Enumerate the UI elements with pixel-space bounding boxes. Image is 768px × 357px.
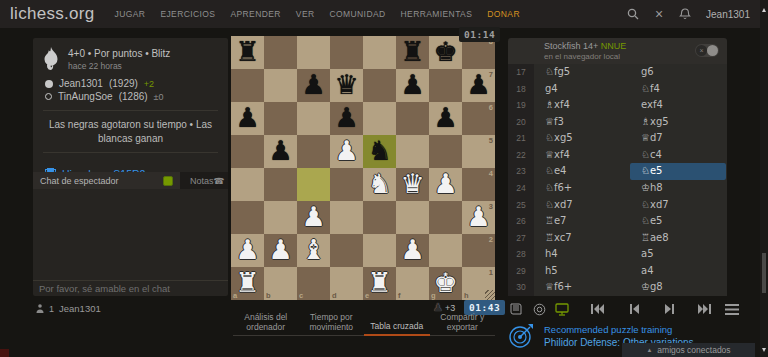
game-meta-panel: 4+0 • Por puntos • Blitz hace 22 horas J… [33, 38, 228, 190]
tab-computer-analysis[interactable]: Análisis del ordenador [233, 312, 299, 336]
square-g4[interactable]: ♟ [429, 168, 462, 201]
file-label-b: b [266, 291, 271, 300]
square-d3[interactable] [330, 201, 363, 234]
move-number: 28 [508, 246, 534, 263]
expand-arrow-icon: ▲ [646, 347, 652, 353]
game-date[interactable]: hace 22 horas [68, 61, 170, 71]
square-h6[interactable]: 6 [462, 102, 495, 135]
white-pawn: ♟ [429, 168, 462, 200]
file-label-h: h [464, 291, 469, 300]
tab-crosstable[interactable]: Tabla cruzada [364, 321, 430, 336]
navbar-right: × Jean1301 [627, 7, 750, 21]
square-g2[interactable] [429, 234, 462, 267]
move-26-black[interactable]: ♘e5 [630, 213, 726, 230]
rank-label-5: 5 [489, 136, 493, 145]
move-23-black[interactable]: ♘e5 [630, 163, 726, 180]
black-knight: ♞ [363, 135, 396, 167]
square-e2[interactable] [363, 234, 396, 267]
square-g1[interactable]: ♚g [429, 267, 462, 300]
material-count: +3 [445, 303, 455, 313]
divider [43, 152, 218, 153]
divider [43, 110, 218, 111]
menu-item-jugar[interactable]: JUGAR [115, 9, 146, 19]
move-number: 27 [508, 230, 534, 247]
white-player-rating: (1929) [109, 78, 138, 89]
white-pawn: ♟ [231, 234, 264, 266]
black-pawn: ♟ [330, 102, 363, 134]
move-19-black[interactable]: exf4 [630, 97, 726, 114]
move-row-24: 24♘f6+♔h8 [508, 180, 727, 197]
square-e5[interactable]: ♞ [363, 135, 396, 168]
square-g8[interactable]: ♚ [429, 36, 462, 69]
move-29-black[interactable]: a4 [630, 263, 726, 280]
opening-book-icon[interactable] [510, 303, 523, 315]
move-24-black[interactable]: ♔h8 [630, 180, 726, 197]
square-h7[interactable]: ♟7 [462, 69, 495, 102]
square-c7[interactable]: ♟ [297, 69, 330, 102]
square-b3[interactable] [264, 201, 297, 234]
square-c2[interactable]: ♝ [297, 234, 330, 267]
move-number: 24 [508, 180, 534, 197]
puzzle-target-icon [508, 322, 535, 349]
move-row-18: 18g4♘f4 [508, 81, 727, 98]
toggle-knob [707, 45, 718, 56]
move-row-19: 19♗xf4exf4 [508, 97, 727, 114]
move-number: 17 [508, 64, 534, 81]
black-queen: ♛ [330, 69, 363, 101]
square-f7[interactable]: ♟ [396, 69, 429, 102]
square-f4[interactable]: ♛ [396, 168, 429, 201]
square-c8[interactable] [297, 36, 330, 69]
engine-nnue-badge: NNUE [601, 41, 627, 51]
analysis-controls [508, 299, 727, 319]
engine-toggle[interactable]: × [695, 44, 719, 57]
square-d7[interactable]: ♛ [330, 69, 363, 102]
first-move-button[interactable] [591, 304, 604, 314]
tab-notes[interactable]: Notas ☎ [180, 172, 230, 189]
menu-item-comunidad[interactable]: COMUNIDAD [330, 9, 386, 19]
square-f6[interactable] [396, 102, 429, 135]
square-c4[interactable] [297, 168, 330, 201]
scroll-down-arrow[interactable] [762, 348, 766, 352]
move-23-white[interactable]: ♘e4 [534, 163, 630, 180]
square-g3[interactable] [429, 201, 462, 234]
notes-tab-label: Notas [190, 176, 214, 186]
move-29-white[interactable]: h5 [534, 263, 630, 280]
analysis-board-icon[interactable] [555, 303, 569, 316]
previous-move-button[interactable] [630, 304, 639, 314]
scrollbar-thumb[interactable] [762, 253, 766, 293]
username-menu[interactable]: Jean1301 [706, 9, 750, 20]
move-27-black[interactable]: ♖ae8 [630, 230, 726, 247]
clock-black: 01:14 [459, 27, 500, 42]
move-number: 22 [508, 147, 534, 164]
black-player-name: TinAungSoe [58, 91, 113, 102]
square-g6[interactable]: ♟ [429, 102, 462, 135]
square-g5[interactable] [429, 135, 462, 168]
move-26-white[interactable]: ♖e7 [534, 213, 630, 230]
white-rating-delta: +2 [144, 79, 154, 89]
next-move-button[interactable] [665, 304, 674, 314]
file-label-e: e [365, 291, 369, 300]
move-row-28: 28h4a5 [508, 246, 727, 263]
move-19-white[interactable]: ♗xf4 [534, 97, 630, 114]
menu-item-donar[interactable]: DONAR [487, 9, 520, 19]
square-b7[interactable] [264, 69, 297, 102]
move-number: 18 [508, 81, 534, 98]
top-navbar: lichess.org JUGAR EJERCICIOS APRENDER VE… [0, 0, 768, 28]
square-a2[interactable]: ♟ [231, 234, 264, 267]
white-queen: ♛ [396, 168, 429, 200]
square-e8[interactable] [363, 36, 396, 69]
menu-hamburger-icon[interactable] [725, 304, 739, 315]
move-number: 20 [508, 114, 534, 131]
scroll-up-arrow[interactable] [762, 8, 766, 12]
spectator-icon [36, 304, 44, 313]
white-pawn: ♟ [264, 234, 297, 266]
square-d2[interactable] [330, 234, 363, 267]
spectator-name[interactable]: Jean1301 [59, 303, 101, 314]
spectators-row: 1 Jean1301 [36, 303, 101, 314]
square-a4[interactable] [231, 168, 264, 201]
move-number: 19 [508, 97, 534, 114]
move-row-30: 30♕f6+♔g8 [508, 279, 727, 296]
square-h4[interactable]: 4 [462, 168, 495, 201]
square-h5[interactable]: 5 [462, 135, 495, 168]
white-knight: ♞ [363, 168, 396, 200]
white-bishop: ♝ [297, 234, 330, 266]
main-menu: JUGAR EJERCICIOS APRENDER VER COMUNIDAD … [115, 9, 520, 19]
move-20-white[interactable]: ♕f3 [534, 114, 630, 131]
move-number: 23 [508, 163, 534, 180]
practice-icon[interactable] [533, 303, 546, 316]
rank-label-4: 4 [489, 169, 493, 178]
file-label-a: a [233, 291, 237, 300]
player-white-row[interactable]: Jean1301 (1929) +2 [33, 77, 228, 90]
black-pawn: ♟ [429, 102, 462, 134]
chat-panel: Chat de espectador Notas ☎ [33, 172, 228, 296]
corner-accent [0, 349, 9, 357]
square-f1[interactable]: f [396, 267, 429, 300]
move-row-20: 20♕f3♗xg5 [508, 114, 727, 131]
lichess-game-page: lichess.org JUGAR EJERCICIOS APRENDER VE… [0, 0, 768, 357]
file-label-g: g [431, 291, 436, 300]
black-rook: ♜ [396, 36, 429, 68]
spectator-count: 1 [49, 304, 54, 314]
friends-label: amigos conectados [657, 345, 730, 355]
chat-input[interactable] [33, 280, 228, 296]
move-21-white[interactable]: ♘xg5 [534, 130, 630, 147]
move-21-black[interactable]: ♕d7 [630, 130, 726, 147]
white-color-icon [45, 80, 53, 88]
move-row-25: 25♘xd7♘xd7 [508, 197, 727, 214]
phone-icon: ☎ [214, 176, 225, 186]
move-24-white[interactable]: ♘f6+ [534, 180, 630, 197]
move-row-21: 21♘xg5♕d7 [508, 130, 727, 147]
black-king: ♚ [429, 36, 462, 68]
square-f5[interactable] [396, 135, 429, 168]
tab-spectator-chat[interactable]: Chat de espectador [33, 172, 180, 189]
puzzle-training-link[interactable]: Recommended puzzle training [544, 324, 694, 335]
rank-label-1: 1 [489, 268, 493, 277]
move-list: 17♘fg5g618g4♘f419♗xf4exf420♕f3♗xg521♘xg5… [508, 64, 727, 296]
move-18-black[interactable]: ♘f4 [630, 81, 726, 98]
square-e1[interactable]: ♜e [363, 267, 396, 300]
friends-online-bar[interactable]: ▲ amigos conectados [622, 343, 755, 357]
time-control: 4+0 • Por puntos • Blitz [68, 48, 170, 59]
move-22-black[interactable]: ♘c4 [630, 147, 726, 164]
move-number: 25 [508, 197, 534, 214]
search-icon[interactable] [627, 8, 640, 21]
bell-icon[interactable] [678, 8, 691, 21]
chat-toggle[interactable] [163, 176, 173, 186]
player-black-row[interactable]: TinAungSoe (1286) ±0 [33, 90, 228, 103]
rank-label-6: 6 [489, 103, 493, 112]
square-e6[interactable] [363, 102, 396, 135]
menu-item-herramientas[interactable]: HERRAMIENTAS [401, 9, 473, 19]
move-22-white[interactable]: ♕xf4 [534, 147, 630, 164]
move-number: 29 [508, 263, 534, 280]
blitz-flame-icon [43, 47, 59, 71]
square-e3[interactable] [363, 201, 396, 234]
white-pawn: ♟ [330, 135, 363, 167]
file-label-d: d [332, 291, 337, 300]
file-label-f: f [398, 291, 401, 300]
move-20-black[interactable]: ♗xg5 [630, 114, 726, 131]
move-30-black[interactable]: ♔g8 [630, 279, 726, 296]
square-f3[interactable] [396, 201, 429, 234]
move-row-27: 27♖xc7♖ae8 [508, 230, 727, 247]
chess-board: ♜♜♚8♟♛♟♟7♟♟♟6♟♟♞5♞♛♟4♟♟3♟♟♝♟2♜abcd♜ef♚g1… [231, 36, 495, 300]
menu-item-ejercicios[interactable]: EJERCICIOS [160, 9, 215, 19]
move-17-white[interactable]: ♘fg5 [534, 64, 630, 81]
move-30-white[interactable]: ♕f6+ [534, 279, 630, 296]
black-rook: ♜ [231, 36, 264, 68]
square-f2[interactable]: ♟ [396, 234, 429, 267]
tab-move-times[interactable]: Tiempo por movimiento [299, 312, 365, 336]
square-e4[interactable]: ♞ [363, 168, 396, 201]
move-row-26: 26♖e7♘e5 [508, 213, 727, 230]
move-number: 30 [508, 279, 534, 296]
black-pawn: ♟ [396, 69, 429, 101]
square-e7[interactable] [363, 69, 396, 102]
chat-messages [33, 189, 228, 280]
square-a6[interactable]: ♟ [231, 102, 264, 135]
menu-item-ver[interactable]: VER [296, 9, 315, 19]
square-g7[interactable] [429, 69, 462, 102]
square-c5[interactable] [297, 135, 330, 168]
square-d5[interactable]: ♟ [330, 135, 363, 168]
black-color-icon [45, 93, 52, 100]
square-c6[interactable] [297, 102, 330, 135]
square-b2[interactable]: ♟ [264, 234, 297, 267]
rank-label-2: 2 [489, 235, 493, 244]
square-f8[interactable]: ♜ [396, 36, 429, 69]
square-h2[interactable]: 2 [462, 234, 495, 267]
black-pawn: ♟ [231, 102, 264, 134]
white-player-name: Jean1301 [59, 78, 103, 89]
square-a5[interactable] [231, 135, 264, 168]
file-label-c: c [299, 291, 303, 300]
engine-panel: Stockfish 14+ NNUE en el navegador local… [508, 38, 727, 64]
lichess-logo[interactable]: lichess.org [10, 4, 95, 24]
square-a3[interactable] [231, 201, 264, 234]
challenges-icon[interactable]: × [655, 7, 663, 21]
white-pawn: ♟ [396, 234, 429, 266]
black-player-rating: (1286) [119, 91, 148, 102]
square-b8[interactable] [264, 36, 297, 69]
move-row-23: 23♘e4♘e5 [508, 163, 727, 180]
square-b4[interactable] [264, 168, 297, 201]
move-27-white[interactable]: ♖xc7 [534, 230, 630, 247]
game-result-text: Las negras agotaron su tiempo • Las blan… [33, 118, 228, 145]
black-rating-delta: ±0 [154, 92, 164, 102]
square-d1[interactable]: d [330, 267, 363, 300]
move-number: 26 [508, 213, 534, 230]
black-pawn: ♟ [297, 69, 330, 101]
square-a8[interactable]: ♜ [231, 36, 264, 69]
square-b6[interactable] [264, 102, 297, 135]
square-b5[interactable]: ♟ [264, 135, 297, 168]
move-17-black[interactable]: g6 [630, 64, 726, 81]
tab-share-export[interactable]: Compartir y exportar [430, 312, 496, 336]
square-b1[interactable]: b [264, 267, 297, 300]
page-scrollbar[interactable] [760, 0, 768, 357]
move-row-29: 29h5a4 [508, 263, 727, 280]
square-a1[interactable]: ♜a [231, 267, 264, 300]
engine-off-icon: × [696, 45, 707, 56]
square-c3[interactable]: ♟ [297, 201, 330, 234]
engine-name: Stockfish 14+ [544, 41, 598, 51]
rank-label-3: 3 [489, 202, 493, 211]
move-number: 21 [508, 130, 534, 147]
move-18-white[interactable]: g4 [534, 81, 630, 98]
black-pawn: ♟ [264, 135, 297, 167]
white-pawn: ♟ [297, 201, 330, 233]
square-a7[interactable] [231, 69, 264, 102]
square-d6[interactable]: ♟ [330, 102, 363, 135]
move-25-white[interactable]: ♘xd7 [534, 197, 630, 214]
under-board-tabs: Análisis del ordenador Tiempo por movimi… [233, 312, 495, 336]
rank-label-7: 7 [489, 70, 493, 79]
move-28-white[interactable]: h4 [534, 246, 630, 263]
board-resize-handle[interactable] [485, 290, 495, 300]
square-d8[interactable] [330, 36, 363, 69]
square-h3[interactable]: ♟3 [462, 201, 495, 234]
chat-tab-label: Chat de espectador [40, 176, 119, 186]
menu-item-aprender[interactable]: APRENDER [230, 9, 280, 19]
square-c1[interactable]: c [297, 267, 330, 300]
square-d4[interactable] [330, 168, 363, 201]
move-25-black[interactable]: ♘xd7 [630, 197, 726, 214]
move-row-22: 22♕xf4♘c4 [508, 147, 727, 164]
move-row-17: 17♘fg5g6 [508, 64, 727, 81]
move-28-black[interactable]: a5 [630, 246, 726, 263]
last-move-button[interactable] [698, 304, 711, 314]
